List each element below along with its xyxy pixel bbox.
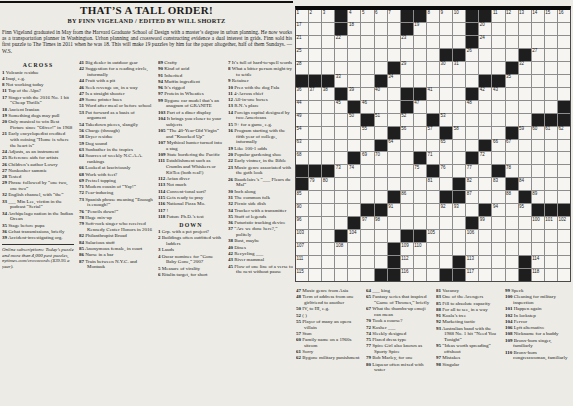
grid-cell[interactable] (532, 230, 544, 242)
grid-cell[interactable] (309, 269, 321, 281)
grid-cell[interactable] (519, 114, 531, 126)
grid-cell[interactable] (335, 127, 347, 139)
grid-cell[interactable] (466, 75, 478, 87)
grid-cell[interactable] (466, 204, 478, 216)
grid-cell[interactable] (545, 88, 557, 100)
grid-cell[interactable]: 109 (401, 243, 413, 255)
grid-cell[interactable] (558, 243, 570, 255)
grid-cell[interactable]: 80 (322, 178, 334, 190)
grid-cell[interactable] (506, 217, 518, 229)
grid-cell[interactable] (322, 62, 334, 74)
grid-cell[interactable]: 42 (479, 88, 491, 100)
grid-cell[interactable] (348, 140, 360, 152)
grid-cell[interactable] (361, 23, 373, 35)
grid-cell[interactable] (506, 36, 518, 48)
grid-cell[interactable] (519, 23, 531, 35)
grid-cell[interactable] (309, 36, 321, 48)
grid-cell[interactable] (532, 152, 544, 164)
grid-cell[interactable] (519, 140, 531, 152)
grid-cell[interactable] (309, 23, 321, 35)
grid-cell[interactable] (453, 165, 465, 177)
grid-cell[interactable] (492, 217, 504, 229)
grid-cell[interactable] (388, 36, 400, 48)
grid-cell[interactable]: 104 (348, 230, 360, 242)
grid-cell[interactable]: 12 (506, 10, 518, 22)
grid-cell[interactable] (322, 140, 334, 152)
grid-cell[interactable]: 117 (466, 269, 478, 281)
grid-cell[interactable]: 60 (532, 127, 544, 139)
grid-cell[interactable]: 17 (296, 23, 308, 35)
grid-cell[interactable] (427, 36, 439, 48)
grid-cell[interactable]: 3 (322, 10, 334, 22)
grid-cell[interactable]: 73 (335, 165, 347, 177)
grid-cell[interactable]: 62 (558, 127, 570, 139)
grid-cell[interactable] (492, 152, 504, 164)
grid-cell[interactable] (335, 178, 347, 190)
grid-cell[interactable] (401, 165, 413, 177)
grid-cell[interactable] (414, 217, 426, 229)
grid-cell[interactable] (532, 140, 544, 152)
grid-cell[interactable] (506, 230, 518, 242)
grid-cell[interactable] (519, 217, 531, 229)
grid-cell[interactable]: 21 (296, 36, 308, 48)
grid-cell[interactable] (519, 152, 531, 164)
grid-cell[interactable] (479, 49, 491, 61)
grid-cell[interactable] (558, 36, 570, 48)
grid-cell[interactable] (532, 75, 544, 87)
grid-cell[interactable] (532, 23, 544, 35)
grid-cell[interactable]: 78 (506, 165, 518, 177)
grid-cell[interactable] (440, 217, 452, 229)
grid-cell[interactable] (322, 217, 334, 229)
grid-cell[interactable] (453, 230, 465, 242)
grid-cell[interactable]: 35 (506, 75, 518, 87)
grid-cell[interactable] (479, 230, 491, 242)
grid-cell[interactable] (558, 23, 570, 35)
grid-cell[interactable]: 118 (532, 269, 544, 281)
grid-cell[interactable] (361, 230, 373, 242)
grid-cell[interactable]: 44 (296, 101, 308, 113)
grid-cell[interactable]: 79 (309, 178, 321, 190)
grid-cell[interactable] (558, 75, 570, 87)
grid-cell[interactable] (453, 140, 465, 152)
grid-cell[interactable]: 54 (296, 127, 308, 139)
grid-cell[interactable] (506, 88, 518, 100)
grid-cell[interactable]: 91 (388, 204, 400, 216)
grid-cell[interactable]: 115 (296, 269, 308, 281)
grid-cell[interactable]: 1 (296, 10, 308, 22)
grid-cell[interactable] (545, 75, 557, 87)
grid-cell[interactable]: 29 (401, 62, 413, 74)
grid-cell[interactable]: 10 (453, 10, 465, 22)
grid-cell[interactable] (440, 178, 452, 190)
grid-cell[interactable]: 18 (348, 23, 360, 35)
grid-cell[interactable]: 58 (453, 127, 465, 139)
grid-cell[interactable]: 43 (492, 88, 504, 100)
grid-cell[interactable]: 98 (375, 217, 387, 229)
grid-cell[interactable] (401, 178, 413, 190)
grid-cell[interactable]: 46 (361, 101, 373, 113)
grid-cell[interactable] (492, 127, 504, 139)
grid-cell[interactable] (427, 243, 439, 255)
grid-cell[interactable] (414, 269, 426, 281)
grid-cell[interactable] (506, 23, 518, 35)
grid-cell[interactable] (361, 140, 373, 152)
grid-cell[interactable] (388, 101, 400, 113)
grid-cell[interactable]: 64 (388, 140, 400, 152)
grid-cell[interactable] (466, 243, 478, 255)
grid-cell[interactable] (388, 23, 400, 35)
grid-cell[interactable]: 30 (440, 62, 452, 74)
grid-cell[interactable] (532, 88, 544, 100)
grid-cell[interactable] (322, 101, 334, 113)
grid-cell[interactable] (427, 217, 439, 229)
grid-cell[interactable] (558, 269, 570, 281)
grid-cell[interactable] (335, 62, 347, 74)
grid-cell[interactable] (348, 204, 360, 216)
grid-cell[interactable] (361, 88, 373, 100)
grid-cell[interactable] (492, 191, 504, 203)
grid-cell[interactable]: 47 (414, 101, 426, 113)
grid-cell[interactable]: 52 (401, 114, 413, 126)
grid-cell[interactable]: 83 (492, 178, 504, 190)
grid-cell[interactable] (545, 23, 557, 35)
grid-cell[interactable] (506, 49, 518, 61)
grid-cell[interactable] (532, 243, 544, 255)
grid-cell[interactable] (322, 23, 334, 35)
grid-cell[interactable] (519, 101, 531, 113)
grid-cell[interactable] (440, 243, 452, 255)
grid-cell[interactable]: 75 (414, 165, 426, 177)
grid-cell[interactable] (401, 49, 413, 61)
grid-cell[interactable] (427, 101, 439, 113)
grid-cell[interactable]: 57 (427, 127, 439, 139)
grid-cell[interactable]: 101 (545, 217, 557, 229)
grid-cell[interactable]: 55 (361, 127, 373, 139)
grid-cell[interactable]: 34 (388, 75, 400, 87)
grid-cell[interactable] (427, 75, 439, 87)
grid-cell[interactable] (375, 127, 387, 139)
grid-cell[interactable]: 69 (361, 152, 373, 164)
grid-cell[interactable]: 61 (545, 127, 557, 139)
grid-cell[interactable]: 39 (348, 88, 360, 100)
grid-cell[interactable] (414, 140, 426, 152)
grid-cell[interactable] (309, 230, 321, 242)
grid-cell[interactable] (322, 243, 334, 255)
grid-cell[interactable] (492, 36, 504, 48)
grid-cell[interactable] (322, 230, 334, 242)
grid-cell[interactable] (506, 152, 518, 164)
grid-cell[interactable] (453, 88, 465, 100)
grid-cell[interactable]: 105 (427, 230, 439, 242)
grid-cell[interactable]: 95 (519, 204, 531, 216)
grid-cell[interactable]: 38 (322, 88, 334, 100)
grid-cell[interactable] (375, 101, 387, 113)
grid-cell[interactable] (453, 217, 465, 229)
grid-cell[interactable] (322, 152, 334, 164)
grid-cell[interactable] (519, 230, 531, 242)
grid-cell[interactable]: 28 (296, 62, 308, 74)
grid-cell[interactable] (545, 269, 557, 281)
grid-cell[interactable] (348, 243, 360, 255)
grid-cell[interactable]: 56 (401, 127, 413, 139)
grid-cell[interactable] (375, 49, 387, 61)
grid-cell[interactable] (361, 49, 373, 61)
grid-cell[interactable]: 65 (440, 140, 452, 152)
grid-cell[interactable] (361, 75, 373, 87)
grid-cell[interactable]: 49 (296, 114, 308, 126)
grid-cell[interactable] (466, 140, 478, 152)
grid-cell[interactable] (440, 88, 452, 100)
grid-cell[interactable] (309, 101, 321, 113)
grid-cell[interactable] (375, 230, 387, 242)
grid-cell[interactable] (309, 191, 321, 203)
grid-cell[interactable] (375, 256, 387, 268)
grid-cell[interactable]: 27 (532, 49, 544, 61)
grid-cell[interactable]: 48 (466, 101, 478, 113)
grid-cell[interactable] (401, 217, 413, 229)
grid-cell[interactable]: 50 (348, 114, 360, 126)
grid-cell[interactable] (558, 178, 570, 190)
grid-cell[interactable] (479, 178, 491, 190)
grid-cell[interactable]: 63 (296, 140, 308, 152)
grid-cell[interactable] (335, 49, 347, 61)
grid-cell[interactable]: 81 (427, 178, 439, 190)
grid-cell[interactable]: 68 (296, 152, 308, 164)
grid-cell[interactable]: 59 (519, 127, 531, 139)
grid-cell[interactable] (427, 256, 439, 268)
grid-cell[interactable]: 111 (296, 256, 308, 268)
grid-cell[interactable]: 114 (532, 256, 544, 268)
grid-cell[interactable] (309, 217, 321, 229)
grid-cell[interactable] (388, 88, 400, 100)
grid-cell[interactable] (322, 36, 334, 48)
grid-cell[interactable]: 45 (335, 101, 347, 113)
grid-cell[interactable] (545, 191, 557, 203)
grid-cell[interactable] (519, 88, 531, 100)
grid-cell[interactable]: 90 (296, 204, 308, 216)
grid-cell[interactable] (453, 75, 465, 87)
grid-cell[interactable] (401, 140, 413, 152)
grid-cell[interactable]: 26 (466, 49, 478, 61)
grid-cell[interactable] (506, 243, 518, 255)
grid-cell[interactable] (414, 191, 426, 203)
grid-cell[interactable] (558, 230, 570, 242)
grid-cell[interactable]: 33 (335, 75, 347, 87)
grid-cell[interactable] (453, 36, 465, 48)
grid-cell[interactable] (558, 256, 570, 268)
grid-cell[interactable] (388, 49, 400, 61)
grid-cell[interactable] (492, 114, 504, 126)
grid-cell[interactable]: 51 (375, 114, 387, 126)
grid-cell[interactable] (532, 36, 544, 48)
grid-cell[interactable]: 23 (401, 36, 413, 48)
grid-cell[interactable] (414, 114, 426, 126)
grid-cell[interactable] (335, 217, 347, 229)
grid-cell[interactable] (558, 140, 570, 152)
grid-cell[interactable] (361, 36, 373, 48)
grid-cell[interactable] (479, 191, 491, 203)
grid-cell[interactable] (309, 204, 321, 216)
grid-cell[interactable] (322, 127, 334, 139)
grid-cell[interactable]: 41 (427, 88, 439, 100)
grid-cell[interactable] (545, 256, 557, 268)
grid-cell[interactable] (506, 269, 518, 281)
grid-cell[interactable] (558, 191, 570, 203)
grid-cell[interactable]: 13 (519, 10, 531, 22)
grid-cell[interactable] (532, 178, 544, 190)
grid-cell[interactable] (375, 23, 387, 35)
grid-cell[interactable]: 99 (479, 217, 491, 229)
grid-cell[interactable] (440, 152, 452, 164)
grid-cell[interactable] (519, 36, 531, 48)
grid-cell[interactable] (401, 152, 413, 164)
grid-cell[interactable] (506, 204, 518, 216)
grid-cell[interactable] (427, 269, 439, 281)
grid-cell[interactable] (375, 243, 387, 255)
grid-cell[interactable] (492, 243, 504, 255)
grid-cell[interactable] (479, 269, 491, 281)
grid-cell[interactable]: 15 (545, 10, 557, 22)
grid-cell[interactable] (348, 191, 360, 203)
grid-cell[interactable]: 6 (375, 10, 387, 22)
grid-cell[interactable] (414, 36, 426, 48)
grid-cell[interactable] (375, 165, 387, 177)
grid-cell[interactable] (361, 178, 373, 190)
grid-cell[interactable] (361, 269, 373, 281)
grid-cell[interactable]: 9 (440, 10, 452, 22)
grid-cell[interactable] (453, 23, 465, 35)
grid-cell[interactable] (375, 36, 387, 48)
grid-cell[interactable]: 97 (361, 217, 373, 229)
grid-cell[interactable] (375, 191, 387, 203)
grid-cell[interactable] (479, 243, 491, 255)
grid-cell[interactable]: 22 (335, 36, 347, 48)
grid-cell[interactable] (348, 49, 360, 61)
grid-cell[interactable] (545, 36, 557, 48)
grid-cell[interactable]: 2 (309, 10, 321, 22)
grid-cell[interactable] (492, 62, 504, 74)
grid-cell[interactable] (322, 49, 334, 61)
grid-cell[interactable] (440, 101, 452, 113)
grid-cell[interactable] (506, 256, 518, 268)
grid-cell[interactable] (388, 165, 400, 177)
grid-cell[interactable] (414, 204, 426, 216)
grid-cell[interactable] (309, 243, 321, 255)
grid-cell[interactable]: 76 (440, 165, 452, 177)
grid-cell[interactable] (361, 62, 373, 74)
grid-cell[interactable] (414, 75, 426, 87)
grid-cell[interactable]: 96 (296, 217, 308, 229)
grid-cell[interactable] (519, 75, 531, 87)
grid-cell[interactable] (348, 256, 360, 268)
grid-cell[interactable] (440, 230, 452, 242)
grid-cell[interactable]: 110 (414, 243, 426, 255)
grid-cell[interactable] (335, 152, 347, 164)
grid-cell[interactable] (361, 256, 373, 268)
grid-cell[interactable] (545, 178, 557, 190)
grid-cell[interactable]: 19 (414, 23, 426, 35)
grid-cell[interactable] (479, 165, 491, 177)
grid-cell[interactable] (532, 62, 544, 74)
grid-cell[interactable]: 25 (296, 49, 308, 61)
grid-cell[interactable] (375, 178, 387, 190)
grid-cell[interactable] (414, 127, 426, 139)
grid-cell[interactable] (348, 269, 360, 281)
grid-cell[interactable] (427, 23, 439, 35)
grid-cell[interactable]: 92 (440, 204, 452, 216)
grid-cell[interactable]: 106 (466, 230, 478, 242)
grid-cell[interactable] (361, 243, 373, 255)
grid-cell[interactable] (335, 140, 347, 152)
grid-cell[interactable] (348, 127, 360, 139)
grid-cell[interactable] (479, 101, 491, 113)
grid-cell[interactable]: 7 (388, 10, 400, 22)
grid-cell[interactable] (545, 243, 557, 255)
grid-cell[interactable]: 74 (348, 165, 360, 177)
grid-cell[interactable] (309, 114, 321, 126)
grid-cell[interactable]: 36 (296, 88, 308, 100)
grid-cell[interactable] (322, 269, 334, 281)
grid-cell[interactable] (309, 140, 321, 152)
grid-cell[interactable] (558, 49, 570, 61)
grid-cell[interactable]: 16 (558, 10, 570, 22)
grid-cell[interactable] (545, 62, 557, 74)
grid-cell[interactable] (427, 140, 439, 152)
grid-cell[interactable] (388, 230, 400, 242)
grid-cell[interactable]: 37 (309, 88, 321, 100)
grid-cell[interactable]: 8 (427, 10, 439, 22)
grid-cell[interactable]: 112 (401, 256, 413, 268)
grid-cell[interactable] (414, 49, 426, 61)
grid-cell[interactable] (492, 101, 504, 113)
grid-cell[interactable]: 5 (361, 10, 373, 22)
grid-cell[interactable] (558, 88, 570, 100)
grid-cell[interactable]: 67 (506, 140, 518, 152)
grid-cell[interactable] (453, 101, 465, 113)
grid-cell[interactable]: 77 (466, 165, 478, 177)
grid-cell[interactable] (427, 62, 439, 74)
grid-cell[interactable] (532, 165, 544, 177)
grid-cell[interactable] (322, 114, 334, 126)
grid-cell[interactable] (440, 36, 452, 48)
grid-cell[interactable] (335, 256, 347, 268)
grid-cell[interactable]: 11 (492, 10, 504, 22)
grid-cell[interactable]: 53 (440, 114, 452, 126)
grid-cell[interactable] (558, 165, 570, 177)
grid-cell[interactable] (401, 204, 413, 216)
grid-cell[interactable] (466, 62, 478, 74)
grid-cell[interactable]: 103 (296, 230, 308, 242)
grid-cell[interactable] (492, 49, 504, 61)
grid-cell[interactable] (479, 127, 491, 139)
grid-cell[interactable]: 71 (427, 152, 439, 164)
grid-cell[interactable] (348, 36, 360, 48)
grid-cell[interactable] (545, 140, 557, 152)
grid-cell[interactable] (401, 75, 413, 87)
grid-cell[interactable] (479, 62, 491, 74)
grid-cell[interactable] (479, 114, 491, 126)
grid-cell[interactable]: 70 (375, 152, 387, 164)
grid-cell[interactable] (558, 152, 570, 164)
grid-cell[interactable]: 31 (453, 62, 465, 74)
grid-cell[interactable] (309, 49, 321, 61)
grid-cell[interactable] (440, 256, 452, 268)
grid-cell[interactable] (361, 165, 373, 177)
grid-cell[interactable] (545, 230, 557, 242)
grid-cell[interactable]: 24 (479, 36, 491, 48)
grid-cell[interactable]: 113 (466, 256, 478, 268)
